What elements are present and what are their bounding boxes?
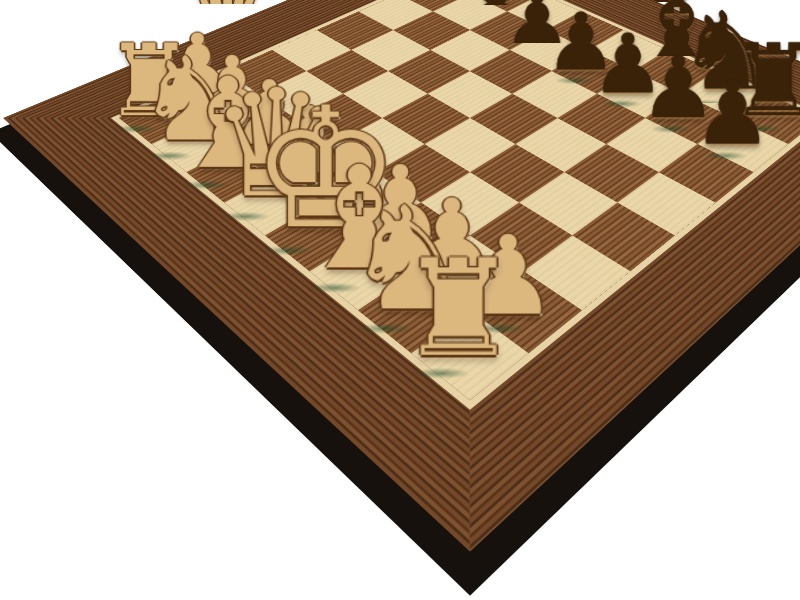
square-d5 bbox=[428, 71, 513, 118]
product-photo-canvas: ♜♞♝♛♚♝♞♜♟♟♟♟♟♟♟♟♟♟♟♟♟♟♟♟♜♞♝♛♚♝♞♜ ♛ bbox=[0, 0, 800, 600]
chess-board: ♜♞♝♛♚♝♞♜♟♟♟♟♟♟♟♟♟♟♟♟♟♟♟♟♜♞♝♛♚♝♞♜ ♛ bbox=[3, 0, 800, 551]
square-c5 bbox=[388, 50, 470, 94]
chess-scene: ♜♞♝♛♚♝♞♜♟♟♟♟♟♟♟♟♟♟♟♟♟♟♟♟♜♞♝♛♚♝♞♜ ♛ bbox=[0, 0, 800, 600]
square-g2: ♟ bbox=[417, 235, 524, 310]
square-h3 bbox=[523, 235, 630, 310]
